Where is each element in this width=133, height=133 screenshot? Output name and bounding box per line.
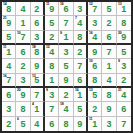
cell-r5c8[interactable]: 1 <box>102 59 116 73</box>
cell-r4c9[interactable]: 5 <box>117 45 131 59</box>
digit-r4c1: 1 <box>6 46 11 57</box>
digit-r6c7: 8 <box>92 74 97 85</box>
cell-r3c9[interactable]: 209 <box>117 31 131 45</box>
cell-r2c1[interactable]: 219 <box>2 16 16 30</box>
digit-r5c7: 6 <box>92 60 97 71</box>
cell-r7c2[interactable]: 209 <box>16 88 30 102</box>
digit-r7c1: 6 <box>6 89 11 100</box>
digit-r8c7: 2 <box>92 103 97 114</box>
digit-r8c5: 4 <box>63 103 68 114</box>
cage-sum-r5c9: 9 <box>118 59 120 62</box>
digit-r6c1: 7 <box>6 74 11 85</box>
digit-r3c7: 4 <box>92 31 97 42</box>
digit-r1c3: 2 <box>34 3 39 14</box>
cell-r6c6[interactable]: 6 <box>74 74 88 88</box>
cell-r4c1[interactable]: 111 <box>2 45 16 59</box>
cell-r2c7[interactable]: 3 <box>88 16 102 30</box>
digit-r7c8: 8 <box>106 89 111 100</box>
digit-r1c4: 9 <box>49 3 54 14</box>
digit-r8c2: 8 <box>20 103 25 114</box>
cell-r5c2[interactable]: 2 <box>16 59 30 73</box>
digit-r1c8: 5 <box>106 3 111 14</box>
digit-r8c9: 6 <box>121 103 126 114</box>
cell-r6c8[interactable]: 4 <box>102 74 116 88</box>
cell-r9c9[interactable]: 7 <box>117 117 131 131</box>
cell-r8c2[interactable]: 8 <box>16 102 30 116</box>
cage-sum-r3c2: 10 <box>17 31 20 34</box>
cell-r9c5[interactable]: 8 <box>59 117 73 131</box>
digit-r1c2: 4 <box>20 3 25 14</box>
digit-r9c1: 2 <box>6 118 11 129</box>
cell-r3c8[interactable]: 6 <box>102 31 116 45</box>
cell-r5c5[interactable]: 5 <box>59 59 73 73</box>
cell-r1c4[interactable]: 119 <box>45 2 59 16</box>
cell-r3c3[interactable]: 3 <box>31 31 45 45</box>
cage-sum-r1c5: 16 <box>60 2 63 5</box>
cell-r8c1[interactable]: 3 <box>2 102 16 116</box>
cell-r2c9[interactable]: 8 <box>117 16 131 30</box>
digit-r4c9: 5 <box>121 46 126 57</box>
cell-r8c9[interactable]: 6 <box>117 102 131 116</box>
cage-sum-r6c3: 13 <box>32 74 35 77</box>
cage-sum-r4c3: 18 <box>32 45 35 48</box>
cage-sum-r7c2: 20 <box>17 88 20 91</box>
digit-r6c9: 2 <box>121 74 126 85</box>
sudoku-board: 1484211916631275131219165774328510732918… <box>0 0 133 133</box>
cell-r4c3[interactable]: 188 <box>31 45 45 59</box>
cell-r6c5[interactable]: 9 <box>59 74 73 88</box>
digit-r5c3: 9 <box>34 60 39 71</box>
cage-sum-r8c3: 4 <box>32 102 34 105</box>
digit-r5c6: 7 <box>77 60 82 71</box>
cell-r1c7[interactable]: 127 <box>88 2 102 16</box>
digit-r4c6: 2 <box>77 46 82 57</box>
cell-r7c1[interactable]: 6 <box>2 88 16 102</box>
digit-r5c8: 1 <box>106 60 111 71</box>
digit-r8c3: 1 <box>34 103 39 114</box>
digit-r3c6: 8 <box>77 31 82 42</box>
digit-r6c4: 1 <box>49 74 54 85</box>
cage-sum-r1c4: 11 <box>46 2 49 5</box>
cell-r1c5[interactable]: 166 <box>59 2 73 16</box>
digit-r3c3: 3 <box>34 31 39 42</box>
digit-r1c7: 7 <box>92 3 97 14</box>
digit-r8c8: 9 <box>106 103 111 114</box>
cell-r7c3[interactable]: 7 <box>31 88 45 102</box>
cell-r4c8[interactable]: 7 <box>102 45 116 59</box>
digit-r6c5: 9 <box>63 74 68 85</box>
digit-r4c2: 6 <box>20 46 25 57</box>
cell-r9c3[interactable]: 4 <box>31 117 45 131</box>
cell-r2c2[interactable]: 1 <box>16 16 30 30</box>
cell-r4c4[interactable]: 124 <box>45 45 59 59</box>
digit-r9c7: 1 <box>92 118 97 129</box>
digit-r3c1: 5 <box>6 31 11 42</box>
digit-r7c5: 2 <box>63 89 68 100</box>
cage-sum-r7c6: 16 <box>75 88 78 91</box>
cell-r5c1[interactable]: 4 <box>2 59 16 73</box>
digit-r9c8: 3 <box>106 118 111 129</box>
cell-r3c6[interactable]: 8 <box>74 31 88 45</box>
cage-sum-r4c1: 11 <box>3 45 6 48</box>
digit-r3c8: 6 <box>106 31 111 42</box>
digit-r1c6: 3 <box>77 3 82 14</box>
cell-r3c2[interactable]: 107 <box>16 31 30 45</box>
digit-r9c6: 9 <box>77 118 82 129</box>
digit-r5c2: 2 <box>20 60 25 71</box>
cell-r1c3[interactable]: 2 <box>31 2 45 16</box>
digit-r6c8: 4 <box>106 74 111 85</box>
cage-sum-r3c9: 20 <box>118 31 121 34</box>
digit-r9c2: 5 <box>20 118 25 129</box>
cell-r2c4[interactable]: 5 <box>45 16 59 30</box>
digit-r7c9: 4 <box>121 89 126 100</box>
cell-r3c7[interactable]: 164 <box>88 31 102 45</box>
cell-r7c8[interactable]: 8 <box>102 88 116 102</box>
digit-r9c4: 6 <box>49 118 54 129</box>
digit-r2c3: 6 <box>34 17 39 28</box>
digit-r7c4: 3 <box>49 89 54 100</box>
cage-sum-r7c9: 21 <box>118 88 121 91</box>
digit-r3c2: 7 <box>20 31 25 42</box>
cell-r6c4[interactable]: 1 <box>45 74 59 88</box>
digit-r5c1: 4 <box>6 60 11 71</box>
digit-r3c4: 2 <box>49 31 54 42</box>
digit-r2c6: 4 <box>77 17 82 28</box>
digit-r1c5: 6 <box>63 3 68 14</box>
cell-r2c8[interactable]: 2 <box>102 16 116 30</box>
digit-r5c9: 3 <box>121 60 126 71</box>
digit-r2c7: 3 <box>92 17 97 28</box>
cell-r2c3[interactable]: 6 <box>31 16 45 30</box>
cell-r7c4[interactable]: 93 <box>45 88 59 102</box>
cage-sum-r3c5: 9 <box>60 31 62 34</box>
digit-r7c7: 5 <box>92 89 97 100</box>
cell-r5c9[interactable]: 93 <box>117 59 131 73</box>
cell-r8c3[interactable]: 41 <box>31 102 45 116</box>
digit-r4c8: 7 <box>106 46 111 57</box>
cage-sum-r9c7: 11 <box>89 117 92 120</box>
cell-r2c6[interactable]: 74 <box>74 16 88 30</box>
cage-sum-r1c9: 13 <box>118 2 121 5</box>
digit-r5c5: 5 <box>63 60 68 71</box>
cell-r6c3[interactable]: 135 <box>31 74 45 88</box>
cell-r2c5[interactable]: 7 <box>59 16 73 30</box>
digit-r2c5: 7 <box>63 17 68 28</box>
cell-r4c5[interactable]: 3 <box>59 45 73 59</box>
cell-r4c6[interactable]: 2 <box>74 45 88 59</box>
cell-r1c6[interactable]: 3 <box>74 2 88 16</box>
cell-r5c6[interactable]: 7 <box>74 59 88 73</box>
cell-r9c2[interactable]: 65 <box>16 117 30 131</box>
digit-r8c1: 3 <box>6 103 11 114</box>
digit-r5c4: 8 <box>49 60 54 71</box>
cell-r3c4[interactable]: 2 <box>45 31 59 45</box>
cell-r7c9[interactable]: 214 <box>117 88 131 102</box>
cell-r9c1[interactable]: 2 <box>2 117 16 131</box>
digit-r7c3: 7 <box>34 89 39 100</box>
cell-r8c7[interactable]: 2 <box>88 102 102 116</box>
cage-sum-r7c7: 13 <box>89 88 92 91</box>
cell-r7c7[interactable]: 135 <box>88 88 102 102</box>
digit-r2c8: 2 <box>106 17 111 28</box>
digit-r6c6: 6 <box>77 74 82 85</box>
cell-r7c5[interactable]: 2 <box>59 88 73 102</box>
cage-sum-r1c1: 14 <box>3 2 6 5</box>
cell-r5c4[interactable]: 8 <box>45 59 59 73</box>
cell-r8c4[interactable]: 7 <box>45 102 59 116</box>
cell-r8c6[interactable]: 5 <box>74 102 88 116</box>
digit-r2c1: 9 <box>6 17 11 28</box>
digit-r4c5: 3 <box>63 46 68 57</box>
cell-r1c1[interactable]: 148 <box>2 2 16 16</box>
digit-r9c5: 8 <box>63 118 68 129</box>
cage-sum-r6c1: 16 <box>3 74 6 77</box>
cell-r8c5[interactable]: 184 <box>59 102 73 116</box>
cell-r9c7[interactable]: 111 <box>88 117 102 131</box>
digit-r3c5: 1 <box>63 31 68 42</box>
digit-r2c2: 1 <box>20 17 25 28</box>
digit-r4c7: 9 <box>92 46 97 57</box>
cell-r1c8[interactable]: 5 <box>102 2 116 16</box>
cell-r4c7[interactable]: 9 <box>88 45 102 59</box>
digit-r8c6: 5 <box>77 103 82 114</box>
cage-sum-r8c5: 18 <box>60 102 63 105</box>
cell-r3c5[interactable]: 91 <box>59 31 73 45</box>
cell-r6c1[interactable]: 167 <box>2 74 16 88</box>
digit-r2c4: 5 <box>49 17 54 28</box>
cell-r5c7[interactable]: 106 <box>88 59 102 73</box>
digit-r6c2: 3 <box>20 74 25 85</box>
cell-r9c8[interactable]: 3 <box>102 117 116 131</box>
cage-sum-r5c7: 10 <box>89 59 92 62</box>
cell-r1c2[interactable]: 4 <box>16 2 30 16</box>
cell-r9c4[interactable]: 6 <box>45 117 59 131</box>
cage-sum-r2c1: 21 <box>3 16 6 19</box>
cage-sum-r9c2: 6 <box>17 117 19 120</box>
digit-r1c1: 8 <box>6 3 11 14</box>
cage-sum-r2c6: 7 <box>75 16 77 19</box>
cell-r8c8[interactable]: 9 <box>102 102 116 116</box>
digit-r8c4: 7 <box>49 103 54 114</box>
cage-sum-r4c4: 12 <box>46 45 49 48</box>
cell-r4c2[interactable]: 6 <box>16 45 30 59</box>
cell-r3c1[interactable]: 5 <box>2 31 16 45</box>
digit-r9c3: 4 <box>34 118 39 129</box>
digit-r7c2: 9 <box>20 89 25 100</box>
digit-r2c9: 8 <box>121 17 126 28</box>
cell-r7c6[interactable]: 161 <box>74 88 88 102</box>
cell-r5c3[interactable]: 9 <box>31 59 45 73</box>
cell-r6c7[interactable]: 8 <box>88 74 102 88</box>
digit-r9c9: 7 <box>121 118 126 129</box>
cell-r6c9[interactable]: 2 <box>117 74 131 88</box>
digit-r3c9: 9 <box>121 31 126 42</box>
digit-r4c4: 4 <box>49 46 54 57</box>
digit-r1c9: 1 <box>121 3 126 14</box>
cell-r6c2[interactable]: 3 <box>16 74 30 88</box>
cell-r1c9[interactable]: 131 <box>117 2 131 16</box>
cage-sum-r7c4: 9 <box>46 88 48 91</box>
cage-sum-r3c7: 16 <box>89 31 92 34</box>
cell-r9c6[interactable]: 9 <box>74 117 88 131</box>
cage-sum-r1c7: 12 <box>89 2 92 5</box>
